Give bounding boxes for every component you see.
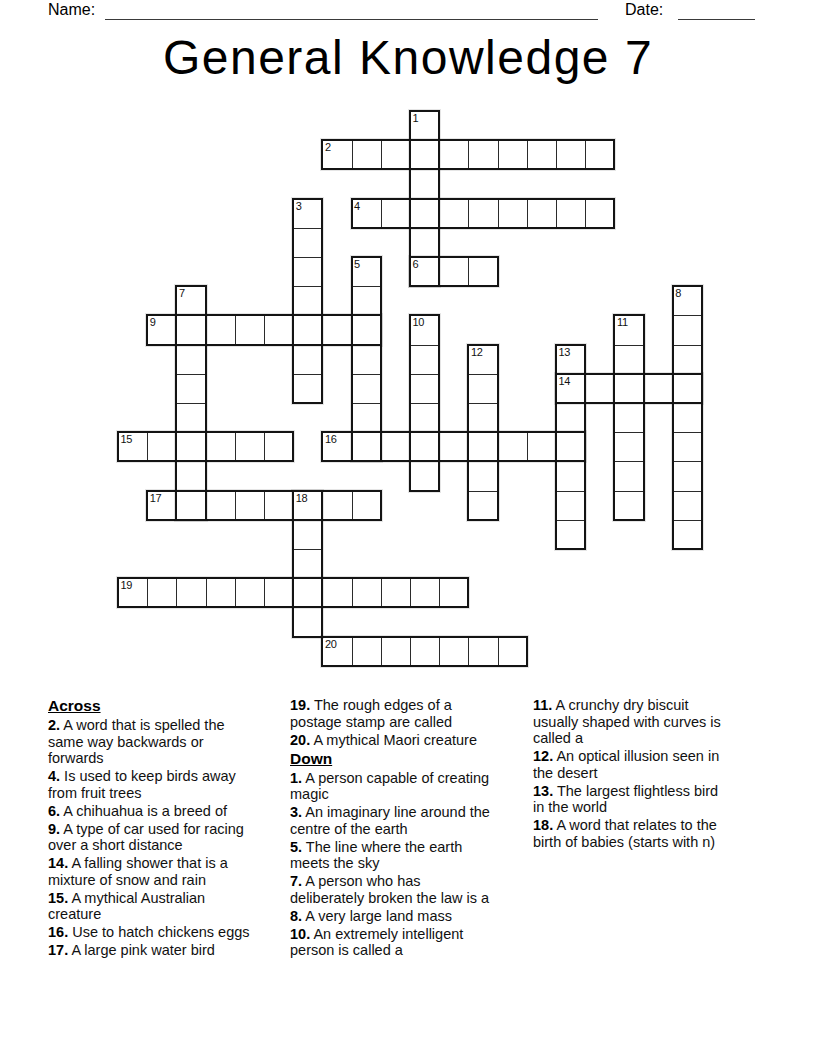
number-12: 12 xyxy=(471,347,483,358)
number-18: 18 xyxy=(296,493,308,504)
cell-r11c1[interactable] xyxy=(147,432,177,462)
clue-column-3: 11. A crunchy dry biscuit usually shaped… xyxy=(533,697,732,852)
cell-r1c14[interactable] xyxy=(527,140,557,170)
clue-across-20: 20. A mythical Maori creature xyxy=(290,732,490,749)
cell-r6c6[interactable] xyxy=(293,286,323,316)
cell-r15c6[interactable] xyxy=(293,549,323,579)
cell-r7c6[interactable] xyxy=(293,315,323,345)
cell-r16c3[interactable] xyxy=(206,578,236,608)
clue-across-17: 17. A large pink water bird xyxy=(48,942,255,959)
cell-r7c5[interactable] xyxy=(264,315,294,345)
cell-r18c9[interactable] xyxy=(381,637,411,667)
cell-r9c2[interactable] xyxy=(176,374,206,404)
number-1: 1 xyxy=(413,113,419,124)
cell-r3c14[interactable] xyxy=(527,199,557,229)
cell-r9c17[interactable] xyxy=(614,374,644,404)
cell-r8c8[interactable] xyxy=(352,345,382,375)
cell-r3c16[interactable] xyxy=(585,199,615,229)
clue-number-label-12: 12. xyxy=(533,748,553,764)
clue-number-label-2: 2. xyxy=(48,717,60,733)
cell-r3c11[interactable] xyxy=(439,199,469,229)
cell-r1c11[interactable] xyxy=(439,140,469,170)
number-8: 8 xyxy=(675,288,681,299)
number-2: 2 xyxy=(325,142,331,153)
cell-r7c7[interactable] xyxy=(322,315,352,345)
cell-r4c6[interactable] xyxy=(293,228,323,258)
cell-r1c9[interactable] xyxy=(381,140,411,170)
cell-r1c13[interactable] xyxy=(498,140,528,170)
cell-r10c10[interactable] xyxy=(410,403,440,433)
cell-r3c12[interactable] xyxy=(468,199,498,229)
cell-r11c5[interactable] xyxy=(264,432,294,462)
number-15: 15 xyxy=(121,434,133,445)
cell-r11c13[interactable] xyxy=(498,432,528,462)
cell-r16c9[interactable] xyxy=(381,578,411,608)
cell-r12c10[interactable] xyxy=(410,461,440,491)
clue-number-label-6: 6. xyxy=(48,803,60,819)
clue-across-15: 15. A mythical Australian creature xyxy=(48,890,255,923)
cell-r9c6[interactable] xyxy=(293,374,323,404)
cell-r2c10[interactable] xyxy=(410,169,440,199)
clue-number-label-19: 19. xyxy=(290,697,310,713)
clue-down-10: 10. An extremely intelligent person is c… xyxy=(290,926,490,959)
cell-r16c6[interactable] xyxy=(293,578,323,608)
worksheet-page: Name: Date: General Knowledge 7 24691415… xyxy=(0,0,816,1056)
clue-down-12: 12. An optical illusion seen in the dese… xyxy=(533,748,732,781)
cell-r11c14[interactable] xyxy=(527,432,557,462)
cell-r1c12[interactable] xyxy=(468,140,498,170)
cell-r13c15[interactable] xyxy=(556,491,586,521)
clue-number-label-15: 15. xyxy=(48,890,68,906)
cell-r11c2[interactable] xyxy=(176,432,206,462)
cell-r5c11[interactable] xyxy=(439,257,469,287)
cell-r14c15[interactable] xyxy=(556,520,586,550)
cell-r11c17[interactable] xyxy=(614,432,644,462)
crossword-grid: 2469141516171920135781011121318 xyxy=(118,111,703,667)
clue-column-1: Across2. A word that is spelled the same… xyxy=(48,697,255,960)
cell-r8c17[interactable] xyxy=(614,345,644,375)
number-5: 5 xyxy=(354,259,360,270)
cell-r16c2[interactable] xyxy=(176,578,206,608)
clue-number-label-16: 16. xyxy=(48,924,68,940)
cell-r3c13[interactable] xyxy=(498,199,528,229)
cell-r18c11[interactable] xyxy=(439,637,469,667)
cell-r8c19[interactable] xyxy=(673,345,703,375)
clue-number-label-4: 4. xyxy=(48,768,60,784)
cell-r16c1[interactable] xyxy=(147,578,177,608)
cell-r9c12[interactable] xyxy=(468,374,498,404)
cell-r11c8[interactable] xyxy=(352,432,382,462)
cell-r13c2[interactable] xyxy=(176,491,206,521)
cell-r10c19[interactable] xyxy=(673,403,703,433)
cell-r7c2[interactable] xyxy=(176,315,206,345)
cell-r12c17[interactable] xyxy=(614,461,644,491)
cell-r11c11[interactable] xyxy=(439,432,469,462)
cell-r10c12[interactable] xyxy=(468,403,498,433)
cell-r3c15[interactable] xyxy=(556,199,586,229)
clue-down-5: 5. The line where the earth meets the sk… xyxy=(290,839,490,872)
puzzle-title: General Knowledge 7 xyxy=(0,33,816,83)
cell-r1c16[interactable] xyxy=(585,140,615,170)
cell-r18c12[interactable] xyxy=(468,637,498,667)
down-header: Down xyxy=(290,750,490,767)
clue-down-8: 8. A very large land mass xyxy=(290,908,490,925)
cell-r9c19[interactable] xyxy=(673,374,703,404)
cell-r3c9[interactable] xyxy=(381,199,411,229)
cell-r9c18[interactable] xyxy=(644,374,674,404)
number-19: 19 xyxy=(121,580,133,591)
cell-r14c6[interactable] xyxy=(293,520,323,550)
number-16: 16 xyxy=(325,434,337,445)
cell-r11c15[interactable] xyxy=(556,432,586,462)
cell-r14c19[interactable] xyxy=(673,520,703,550)
clue-across-19: 19. The rough edges of a postage stamp a… xyxy=(290,697,490,730)
cell-r11c19[interactable] xyxy=(673,432,703,462)
clue-down-11: 11. A crunchy dry biscuit usually shaped… xyxy=(533,697,732,747)
name-label: Name: xyxy=(48,1,95,19)
cell-r7c19[interactable] xyxy=(673,315,703,345)
clue-down-18: 18. A word that relates to the birth of … xyxy=(533,817,732,850)
cell-r13c4[interactable] xyxy=(235,491,265,521)
cell-r13c3[interactable] xyxy=(206,491,236,521)
number-4: 4 xyxy=(354,201,360,212)
cell-r10c15[interactable] xyxy=(556,403,586,433)
clue-number-label-1: 1. xyxy=(290,770,302,786)
date-line[interactable] xyxy=(678,2,755,20)
cell-r13c5[interactable] xyxy=(264,491,294,521)
cell-r6c8[interactable] xyxy=(352,286,382,316)
cell-r10c8[interactable] xyxy=(352,403,382,433)
across-header: Across xyxy=(48,697,255,714)
number-7: 7 xyxy=(179,288,185,299)
clue-number-label-20: 20. xyxy=(290,732,310,748)
cell-r11c3[interactable] xyxy=(206,432,236,462)
cell-r3c10[interactable] xyxy=(410,199,440,229)
cell-r13c19[interactable] xyxy=(673,491,703,521)
cell-r16c11[interactable] xyxy=(439,578,469,608)
clue-down-3: 3. An imaginary line around the centre o… xyxy=(290,804,490,837)
cell-r7c8[interactable] xyxy=(352,315,382,345)
cell-r5c6[interactable] xyxy=(293,257,323,287)
cell-r9c10[interactable] xyxy=(410,374,440,404)
date-label: Date: xyxy=(625,1,663,19)
cell-r11c12[interactable] xyxy=(468,432,498,462)
cell-r16c4[interactable] xyxy=(235,578,265,608)
clue-across-4: 4. Is used to keep birds away from fruit… xyxy=(48,768,255,801)
cell-r16c8[interactable] xyxy=(352,578,382,608)
number-11: 11 xyxy=(617,317,628,328)
cell-r16c10[interactable] xyxy=(410,578,440,608)
cell-r1c8[interactable] xyxy=(352,140,382,170)
cell-r12c2[interactable] xyxy=(176,461,206,491)
cell-r17c6[interactable] xyxy=(293,607,323,637)
cell-r8c10[interactable] xyxy=(410,345,440,375)
number-20: 20 xyxy=(325,639,337,650)
clue-across-6: 6. A chihuahua is a breed of xyxy=(48,803,255,820)
clue-across-9: 9. A type of car used for racing over a … xyxy=(48,821,255,854)
cell-r9c8[interactable] xyxy=(352,374,382,404)
cell-r8c6[interactable] xyxy=(293,345,323,375)
cell-r16c5[interactable] xyxy=(264,578,294,608)
cell-r16c7[interactable] xyxy=(322,578,352,608)
clue-number-label-3: 3. xyxy=(290,804,302,820)
cell-r1c10[interactable] xyxy=(410,140,440,170)
clue-number-label-9: 9. xyxy=(48,821,60,837)
name-line[interactable] xyxy=(105,2,598,20)
number-17: 17 xyxy=(150,493,162,504)
cell-r4c10[interactable] xyxy=(410,228,440,258)
cell-r12c19[interactable] xyxy=(673,461,703,491)
clue-down-13: 13. The largest flightless bird in the w… xyxy=(533,783,732,816)
number-6: 6 xyxy=(413,259,419,270)
number-10: 10 xyxy=(413,317,425,328)
clue-number-label-7: 7. xyxy=(290,873,302,889)
clue-number-label-17: 17. xyxy=(48,942,68,958)
number-13: 13 xyxy=(559,347,571,358)
clue-across-2: 2. A word that is spelled the same way b… xyxy=(48,717,255,767)
cell-r18c13[interactable] xyxy=(498,637,528,667)
clue-number-label-11: 11. xyxy=(533,697,552,713)
cell-r12c15[interactable] xyxy=(556,461,586,491)
cell-r10c17[interactable] xyxy=(614,403,644,433)
cell-r8c2[interactable] xyxy=(176,345,206,375)
clue-number-label-13: 13. xyxy=(533,783,553,799)
cell-r18c10[interactable] xyxy=(410,637,440,667)
clue-across-14: 14. A falling shower that is a mixture o… xyxy=(48,855,255,888)
cell-r5c12[interactable] xyxy=(468,257,498,287)
cell-r13c7[interactable] xyxy=(322,491,352,521)
clue-down-1: 1. A person capable of creating magic xyxy=(290,770,490,803)
cell-r11c4[interactable] xyxy=(235,432,265,462)
cell-r9c16[interactable] xyxy=(585,374,615,404)
cell-r11c9[interactable] xyxy=(381,432,411,462)
cell-r13c12[interactable] xyxy=(468,491,498,521)
cell-r12c12[interactable] xyxy=(468,461,498,491)
cell-r13c8[interactable] xyxy=(352,491,382,521)
clue-number-label-5: 5. xyxy=(290,839,302,855)
cell-r11c10[interactable] xyxy=(410,432,440,462)
clue-number-label-10: 10. xyxy=(290,926,310,942)
cell-r7c3[interactable] xyxy=(206,315,236,345)
number-14: 14 xyxy=(559,376,571,387)
clue-number-label-14: 14. xyxy=(48,855,68,871)
clue-number-label-8: 8. xyxy=(290,908,302,924)
number-9: 9 xyxy=(150,317,156,328)
clue-number-label-18: 18. xyxy=(533,817,553,833)
cell-r13c17[interactable] xyxy=(614,491,644,521)
clue-across-16: 16. Use to hatch chickens eggs xyxy=(48,924,255,941)
cell-r10c2[interactable] xyxy=(176,403,206,433)
number-3: 3 xyxy=(296,201,302,212)
cell-r1c15[interactable] xyxy=(556,140,586,170)
clue-column-2: 19. The rough edges of a postage stamp a… xyxy=(290,697,490,960)
cell-r18c8[interactable] xyxy=(352,637,382,667)
cell-r7c4[interactable] xyxy=(235,315,265,345)
clue-down-7: 7. A person who has deliberately broken … xyxy=(290,873,490,906)
